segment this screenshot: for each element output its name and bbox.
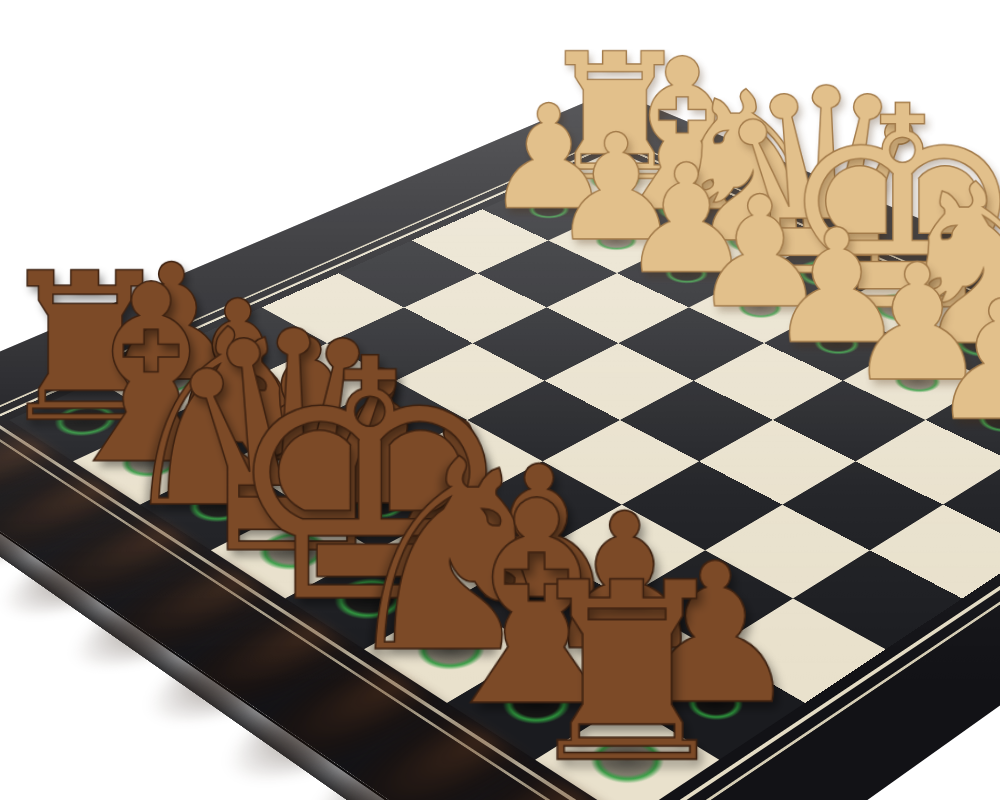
board-grid: ♜♝♞♛♚♞♝♜♟♟♟♟♟♟♟♟♟♟♟♟♟♟♟♟♜♝♞♛♚♞♝♜: [9, 150, 1000, 800]
studio-backdrop: ♜♝♞♛♚♞♝♜♟♟♟♟♟♟♟♟♟♟♟♟♟♟♟♟♜♝♞♛♚♞♝♜: [0, 0, 1000, 800]
chess-board: ♜♝♞♛♚♞♝♜♟♟♟♟♟♟♟♟♟♟♟♟♟♟♟♟♜♝♞♛♚♞♝♜: [0, 90, 1000, 800]
square-h8[interactable]: ♜: [535, 703, 719, 800]
pawn-glyph: ♟: [927, 317, 1000, 486]
rook-glyph: ♜: [434, 550, 820, 797]
piece-reflection: [361, 758, 636, 800]
